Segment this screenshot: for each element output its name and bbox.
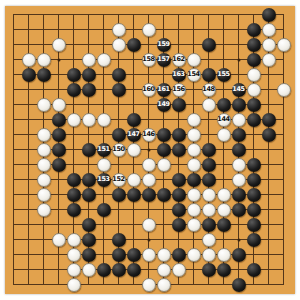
stone-black[interactable] [172,143,186,157]
stone-white[interactable] [142,248,156,262]
move-number-label: 162 [172,56,184,63]
star-point [147,238,150,241]
stone-black[interactable] [202,173,216,187]
stone-black[interactable] [127,263,141,277]
stone-white[interactable] [262,38,276,52]
move-number-label: 145 [232,86,244,93]
stone-black[interactable] [112,263,126,277]
stone-black[interactable] [82,218,96,232]
stone-white[interactable] [157,248,171,262]
stone-black[interactable] [52,143,66,157]
stone-move-162[interactable]: 162 [172,53,186,67]
stone-move-163[interactable]: 163 [172,68,186,82]
star-point [147,148,150,151]
star-point [237,58,240,61]
stone-black[interactable] [247,98,261,112]
stone-move-152[interactable]: 152 [112,173,126,187]
stone-black[interactable] [97,263,111,277]
stone-black[interactable] [112,248,126,262]
stone-move-145[interactable]: 145 [232,83,246,97]
stone-white[interactable] [202,233,216,247]
stone-white[interactable] [187,188,201,202]
stone-black[interactable] [127,38,141,52]
stone-black[interactable] [232,188,246,202]
move-number-label: 155 [217,71,229,78]
stone-black[interactable] [187,173,201,187]
stone-white[interactable] [172,263,186,277]
stone-white[interactable] [97,53,111,67]
go-diagram: 1591581571621631541551601611561481451491… [0,0,300,300]
stone-white[interactable] [37,173,51,187]
stone-black[interactable] [127,248,141,262]
stone-black[interactable] [97,203,111,217]
stone-black[interactable] [202,158,216,172]
stone-white[interactable] [187,203,201,217]
stone-white[interactable] [37,98,51,112]
stone-black[interactable] [52,113,66,127]
stone-black[interactable] [247,218,261,232]
stone-black[interactable] [232,203,246,217]
stone-white[interactable] [52,38,66,52]
stone-white[interactable] [37,203,51,217]
go-board[interactable]: 1591581571621631541551601611561481451491… [5,6,295,294]
move-number-label: 157 [157,56,169,63]
stone-black[interactable] [247,203,261,217]
stone-white[interactable] [232,113,246,127]
stone-white[interactable] [247,83,261,97]
stone-white[interactable] [157,278,171,292]
stone-white[interactable] [112,38,126,52]
stone-white[interactable] [202,188,216,202]
stone-black[interactable] [67,68,81,82]
grid-line-vertical [223,14,224,285]
stone-black[interactable] [247,188,261,202]
grid-line-vertical [283,14,284,285]
stone-white[interactable] [82,53,96,67]
stone-black[interactable] [67,203,81,217]
stone-white[interactable] [127,173,141,187]
stone-move-148[interactable]: 148 [202,83,216,97]
move-number-label: 160 [142,86,154,93]
stone-white[interactable] [52,233,66,247]
stone-move-154[interactable]: 154 [187,68,201,82]
stone-white[interactable] [187,158,201,172]
move-number-label: 163 [172,71,184,78]
stone-white[interactable] [247,68,261,82]
stone-black[interactable] [127,188,141,202]
stone-black[interactable] [82,173,96,187]
stone-black[interactable] [52,128,66,142]
stone-black[interactable] [202,263,216,277]
stone-black[interactable] [217,263,231,277]
stone-black[interactable] [262,128,276,142]
stone-move-150[interactable]: 150 [112,143,126,157]
stone-white[interactable] [232,173,246,187]
stone-black[interactable] [82,83,96,97]
stone-white[interactable] [37,53,51,67]
stone-black[interactable] [112,128,126,142]
stone-black[interactable] [82,233,96,247]
move-number-label: 151 [97,146,109,153]
stone-black[interactable] [127,113,141,127]
stone-black[interactable] [37,68,51,82]
stone-white[interactable] [67,263,81,277]
move-number-label: 147 [127,131,139,138]
stone-black[interactable] [232,98,246,112]
stone-black[interactable] [172,218,186,232]
stone-move-151[interactable]: 151 [97,143,111,157]
stone-white[interactable] [187,143,201,157]
star-point [57,58,60,61]
stone-black[interactable] [217,98,231,112]
stone-white[interactable] [202,203,216,217]
move-number-label: 152 [112,176,124,183]
stone-black[interactable] [67,188,81,202]
stone-black[interactable] [172,98,186,112]
stone-white[interactable] [37,188,51,202]
stone-white[interactable] [37,143,51,157]
stone-white[interactable] [112,23,126,37]
stone-white[interactable] [187,113,201,127]
stone-black[interactable] [232,278,246,292]
stone-move-147[interactable]: 147 [127,128,141,142]
stone-move-159[interactable]: 159 [157,38,171,52]
stone-white[interactable] [202,248,216,262]
stone-black[interactable] [232,248,246,262]
stone-move-156[interactable]: 156 [172,83,186,97]
stone-black[interactable] [172,173,186,187]
stone-black[interactable] [82,143,96,157]
move-number-label: 149 [157,101,169,108]
stone-move-161[interactable]: 161 [157,83,171,97]
stone-move-144[interactable]: 144 [217,113,231,127]
stone-black[interactable] [247,38,261,52]
stone-black[interactable] [247,233,261,247]
stone-move-155[interactable]: 155 [217,68,231,82]
stone-white[interactable] [187,53,201,67]
stone-white[interactable] [277,38,291,52]
stone-white[interactable] [187,248,201,262]
stone-black[interactable] [232,143,246,157]
stone-white[interactable] [37,128,51,142]
stone-white[interactable] [187,218,201,232]
stone-black[interactable] [232,128,246,142]
stone-white[interactable] [157,263,171,277]
stone-white[interactable] [67,278,81,292]
stone-black[interactable] [112,68,126,82]
stone-white[interactable] [277,83,291,97]
move-number-label: 161 [157,86,169,93]
stone-black[interactable] [172,128,186,142]
stone-black[interactable] [262,8,276,22]
stone-white[interactable] [67,248,81,262]
stone-white[interactable] [82,263,96,277]
stone-black[interactable] [157,188,171,202]
stone-black[interactable] [67,83,81,97]
stone-white[interactable] [142,278,156,292]
stone-black[interactable] [262,113,276,127]
stone-black[interactable] [202,38,216,52]
stone-black[interactable] [67,173,81,187]
stone-move-158[interactable]: 158 [142,53,156,67]
stone-black[interactable] [112,83,126,97]
stone-white[interactable] [142,158,156,172]
stone-black[interactable] [172,188,186,202]
stone-black[interactable] [157,143,171,157]
stone-black[interactable] [82,188,96,202]
stone-white[interactable] [217,128,231,142]
move-number-label: 154 [187,71,199,78]
stone-black[interactable] [202,218,216,232]
stone-white[interactable] [67,233,81,247]
stone-black[interactable] [202,68,216,82]
stone-white[interactable] [82,113,96,127]
stone-black[interactable] [82,68,96,82]
move-number-label: 146 [142,131,154,138]
stone-white[interactable] [142,173,156,187]
stone-white[interactable] [187,128,201,142]
stone-white[interactable] [262,53,276,67]
stone-black[interactable] [142,188,156,202]
grid-line-horizontal [13,269,284,270]
star-point [237,238,240,241]
stone-black[interactable] [172,203,186,217]
stone-move-160[interactable]: 160 [142,83,156,97]
move-number-label: 156 [172,86,184,93]
stone-black[interactable] [247,113,261,127]
move-number-label: 150 [112,146,124,153]
stone-white[interactable] [202,98,216,112]
stone-white[interactable] [142,23,156,37]
stone-black[interactable] [217,218,231,232]
stone-white[interactable] [232,158,246,172]
stone-move-146[interactable]: 146 [142,128,156,142]
stone-white[interactable] [142,218,156,232]
stone-move-157[interactable]: 157 [157,53,171,67]
stone-white[interactable] [97,158,111,172]
stone-white[interactable] [217,188,231,202]
move-number-label: 144 [217,116,229,123]
stone-black[interactable] [82,248,96,262]
stone-black[interactable] [247,173,261,187]
stone-black[interactable] [172,248,186,262]
stone-black[interactable] [247,23,261,37]
move-number-label: 159 [157,41,169,48]
stone-white[interactable] [127,143,141,157]
stone-white[interactable] [217,203,231,217]
stone-black[interactable] [247,53,261,67]
stone-white[interactable] [217,248,231,262]
stone-white[interactable] [37,158,51,172]
stone-white[interactable] [262,23,276,37]
stone-black[interactable] [112,188,126,202]
stone-move-149[interactable]: 149 [157,98,171,112]
stone-black[interactable] [112,233,126,247]
stone-move-153[interactable]: 153 [97,173,111,187]
stone-black[interactable] [247,263,261,277]
stone-white[interactable] [97,113,111,127]
stone-white[interactable] [22,53,36,67]
stone-black[interactable] [52,158,66,172]
stone-black[interactable] [157,128,171,142]
stone-white[interactable] [67,113,81,127]
stone-black[interactable] [22,68,36,82]
move-number-label: 153 [97,176,109,183]
move-number-label: 148 [202,86,214,93]
stone-white[interactable] [52,98,66,112]
stone-black[interactable] [202,143,216,157]
stone-white[interactable] [157,158,171,172]
stone-black[interactable] [247,158,261,172]
move-number-label: 158 [142,56,154,63]
